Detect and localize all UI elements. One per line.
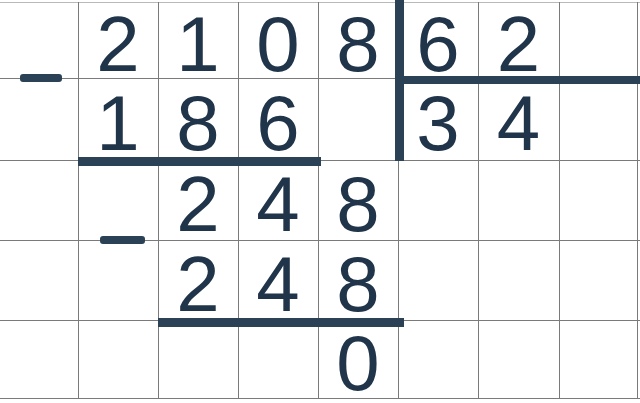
grid-cell [559,78,640,160]
grid-cell [0,2,78,78]
grid-cell-subtrahend-digit: 2 [158,240,238,320]
grid-cell-subtrahend-digit: 1 [78,78,158,160]
division-grid: 2 1 0 8 6 2 1 8 6 3 4 2 4 8 2 4 8 0 [0,2,640,398]
grid-cell [0,240,78,320]
grid-cell-quotient-digit: 4 [478,78,559,160]
grid-cell-dividend-digit: 1 [158,2,238,78]
grid-cell [318,78,398,160]
grid-cell-subtrahend-digit: 8 [318,240,398,320]
subtraction-line-1 [78,157,321,166]
grid-cell [0,320,78,398]
grid-cell [478,320,559,398]
subtraction-line-2 [158,318,404,327]
grid-cell [78,160,158,240]
grid-cell [78,240,158,320]
long-division-worksheet: 2 1 0 8 6 2 1 8 6 3 4 2 4 8 2 4 8 0 [0,0,640,403]
grid-cell-subtrahend-digit: 8 [158,78,238,160]
grid-cell-quotient-digit: 3 [398,78,478,160]
grid-cell [559,240,640,320]
grid-cell [78,320,158,398]
grid-cell [398,320,478,398]
grid-cell [478,160,559,240]
grid-cell [398,240,478,320]
grid-cell-subtrahend-digit: 4 [238,240,318,320]
grid-cell-remainder-digit: 8 [318,160,398,240]
grid-cell [559,160,640,240]
grid-cell [398,160,478,240]
grid-cell [478,240,559,320]
grid-cell-remainder-digit: 2 [158,160,238,240]
minus-sign-2 [100,236,145,244]
grid-cell [238,320,318,398]
grid-cell-final-remainder: 0 [318,320,398,398]
quotient-separator-bar [395,76,640,84]
minus-sign-1 [20,74,62,82]
grid-hline [0,398,640,399]
grid-cell [0,78,78,160]
grid-cell-divisor-digit: 6 [398,2,478,78]
grid-cell-dividend-digit: 0 [238,2,318,78]
grid-cell [559,2,640,78]
grid-cell-dividend-digit: 8 [318,2,398,78]
grid-cell [0,160,78,240]
grid-cell-dividend-digit: 2 [78,2,158,78]
grid-cell-subtrahend-digit: 6 [238,78,318,160]
grid-cell [158,320,238,398]
grid-cell [559,320,640,398]
grid-cell-remainder-digit: 4 [238,160,318,240]
grid-cell-divisor-digit: 2 [478,2,559,78]
